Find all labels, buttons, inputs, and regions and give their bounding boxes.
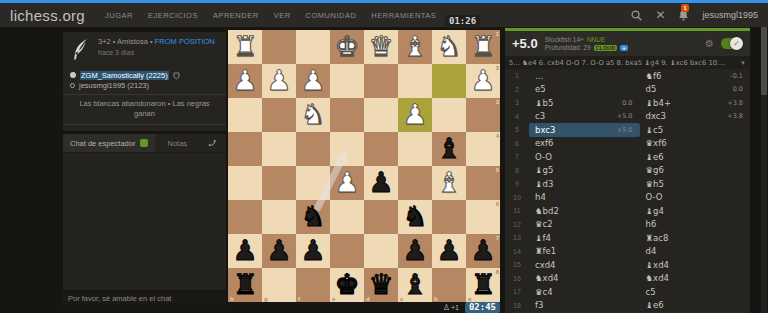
square-e6[interactable] (330, 200, 364, 234)
move-13-black[interactable]: ♜ac8 (640, 231, 751, 245)
black-pawn-g7[interactable]: ♟ (262, 234, 296, 268)
notification-badge: 1 (681, 4, 688, 12)
close-icon[interactable]: ✕ (655, 9, 665, 21)
game-setup-info: 3+2 • Amistosa • FROM POSITION (98, 37, 215, 47)
white-king-e1[interactable]: ♚ (330, 30, 364, 64)
move-16-black[interactable]: ♞xd4 (640, 272, 751, 286)
move-12-black[interactable]: h6 (640, 218, 751, 232)
square-c8[interactable]: ♝c (398, 268, 432, 302)
black-pawn-c7[interactable]: ♟ (398, 234, 432, 268)
chat-input[interactable] (63, 290, 226, 306)
square-b6[interactable] (432, 200, 466, 234)
move-row-13: 13♝f4♜ac8 (505, 231, 750, 245)
move-row-5: 5bxc3+5.0♝c5 (505, 123, 750, 137)
square-e1[interactable]: ♚ (330, 30, 364, 64)
white-pawn-e5[interactable]: ♟ (330, 166, 364, 200)
white-rook-h1[interactable]: ♜ (228, 30, 262, 64)
move-number: 15 (505, 261, 529, 268)
move-3-black[interactable]: ♝b4++3.8 (640, 96, 751, 110)
square-f2[interactable]: ♟ (296, 64, 330, 98)
black-pawn-f7[interactable]: ♟ (296, 234, 330, 268)
square-c6[interactable]: ♞ (398, 200, 432, 234)
square-d7[interactable] (364, 234, 398, 268)
square-e8[interactable]: ♚e (330, 268, 364, 302)
move-row-2: 2e5d50.0 (505, 83, 750, 97)
square-h5[interactable] (228, 166, 262, 200)
principal-variation[interactable]: 5... ♞e4 6. cxb4 O-O 7. O-O a5 8. bxa5 ♝… (505, 56, 750, 69)
square-c2[interactable] (398, 64, 432, 98)
coord-rank-6: 6 (496, 201, 499, 207)
black-clock: 02:45 (465, 302, 500, 313)
coord-file-h: h (230, 296, 234, 302)
move-number: 2 (505, 86, 529, 93)
square-f3[interactable]: ♞ (296, 98, 330, 132)
player-white-name[interactable]: ZGM_Samostically (2225) (80, 71, 169, 80)
move-8-white[interactable]: ♝g5 (529, 164, 640, 178)
toggle-knob: ✓ (730, 37, 743, 50)
move-row-16: 16♞xd4♞xd4 (505, 272, 750, 286)
square-c7[interactable]: ♟ (398, 234, 432, 268)
square-d5[interactable]: ♟ (364, 166, 398, 200)
chevron-down-icon[interactable]: ▼ (736, 60, 750, 66)
move-7-white[interactable]: O-O (529, 150, 640, 164)
move-number: 7 (505, 153, 529, 160)
black-pawn-h7[interactable]: ♟ (228, 234, 262, 268)
square-g6[interactable] (262, 200, 296, 234)
square-g7[interactable]: ♟ (262, 234, 296, 268)
move-number: 1 (505, 72, 529, 79)
plus-badge[interactable]: + (620, 45, 628, 51)
tab-spectator-chat[interactable]: Chat de espectador (63, 134, 155, 152)
divider (63, 124, 226, 125)
black-pawn-b7[interactable]: ♟ (432, 234, 466, 268)
username[interactable]: jesusmgl1995 (702, 10, 758, 20)
move-16-white[interactable]: ♞xd4 (529, 272, 640, 286)
square-f7[interactable]: ♟ (296, 234, 330, 268)
chat-messages-area[interactable] (63, 153, 226, 287)
coord-rank-1: 1 (496, 31, 499, 37)
square-a7[interactable]: ♟7 (466, 234, 500, 268)
nav-menu: JUGAREJERCICIOSAPRENDERVERCOMUNIDADHERRA… (105, 11, 436, 20)
square-d8[interactable]: ♛d (364, 268, 398, 302)
from-position-link[interactable]: FROM POSITION (155, 37, 215, 46)
move-number: 13 (505, 234, 529, 241)
move-row-7: 7O-O♝e6 (505, 150, 750, 164)
nav-item-ver[interactable]: VER (274, 11, 291, 20)
square-e4[interactable] (330, 132, 364, 166)
move-1-white[interactable]: ... (529, 69, 640, 83)
game-meta-panel: 3+2 • Amistosa • FROM POSITION hace 3 dí… (63, 32, 226, 131)
engine-settings-icon[interactable]: ⚙ (705, 38, 714, 49)
move-number: 4 (505, 113, 529, 120)
square-a1[interactable]: ♜1 (466, 30, 500, 64)
white-clock: 01:26 (445, 15, 480, 28)
square-g8[interactable]: g (262, 268, 296, 302)
black-color-icon (70, 83, 75, 88)
coord-rank-8: 8 (496, 269, 499, 275)
square-b4[interactable]: ♝ (432, 132, 466, 166)
page-scrollbar[interactable] (761, 27, 767, 313)
white-pawn-h2[interactable]: ♟ (228, 64, 262, 98)
chat-toggle[interactable] (140, 139, 148, 147)
lichess-logo[interactable]: lichess.org (10, 7, 85, 24)
move-6-black[interactable]: ♛xf6 (640, 137, 751, 151)
move-number: 6 (505, 140, 529, 147)
game-date: hace 3 días (98, 49, 215, 56)
move-7-black[interactable]: ♝e6 (640, 150, 751, 164)
square-a6[interactable]: 6 (466, 200, 500, 234)
square-b2[interactable] (432, 64, 466, 98)
move-2-white[interactable]: e5 (529, 83, 640, 97)
move-row-1: 1...♞f6-0.1 (505, 69, 750, 83)
square-f8[interactable]: f (296, 268, 330, 302)
white-pawn-g2[interactable]: ♟ (262, 64, 296, 98)
square-a8[interactable]: ♜a8 (466, 268, 500, 302)
move-row-6: 6exf6♛xf6 (505, 137, 750, 151)
square-h3[interactable] (228, 98, 262, 132)
player-black-name[interactable]: jesusmgl1995 (2123) (79, 81, 149, 90)
move-3-white[interactable]: ♝b50.0 (529, 96, 640, 110)
move-11-white[interactable]: ♞bd2 (529, 204, 640, 218)
move-row-12: 12♛c2h6 (505, 218, 750, 232)
square-f4[interactable] (296, 132, 330, 166)
coord-rank-7: 7 (496, 235, 499, 241)
cloud-badge: CLOUD (594, 45, 618, 51)
square-b7[interactable]: ♟ (432, 234, 466, 268)
square-a5[interactable]: 5 (466, 166, 500, 200)
black-knight-c6[interactable]: ♞ (398, 200, 432, 234)
move-4-white[interactable]: c3+5.0 (529, 110, 640, 124)
white-bishop-c1[interactable]: ♝ (398, 30, 432, 64)
square-h6[interactable] (228, 200, 262, 234)
square-d1[interactable]: ♛ (364, 30, 398, 64)
move-row-8: 8♝g5♛g6 (505, 164, 750, 178)
move-row-15: 15cxd4♝xd4 (505, 258, 750, 272)
coord-rank-2: 2 (496, 65, 499, 71)
move-15-white[interactable]: cxd4 (529, 258, 640, 272)
square-d2[interactable] (364, 64, 398, 98)
square-h7[interactable]: ♟ (228, 234, 262, 268)
square-f1[interactable] (296, 30, 330, 64)
move-15-black[interactable]: ♝xd4 (640, 258, 751, 272)
move-18-black[interactable]: ♝e6 (640, 299, 751, 313)
pawn-icon: ♙ (443, 303, 450, 312)
square-c1[interactable]: ♝ (398, 30, 432, 64)
move-number: 9 (505, 180, 529, 187)
move-5-white[interactable]: bxc3+5.0 (529, 123, 640, 137)
nav-item-comunidad[interactable]: COMUNIDAD (306, 11, 357, 20)
square-d3[interactable] (364, 98, 398, 132)
move-row-18: 18f3♝e6 (505, 299, 750, 313)
move-4-black[interactable]: dxc3+3.8 (640, 110, 751, 124)
game-result-text: Las blancas abandonaron • Las negras gan… (63, 97, 226, 121)
white-pawn-f2[interactable]: ♟ (296, 64, 330, 98)
engine-toggle[interactable]: ✓ (721, 38, 743, 49)
square-e2[interactable] (330, 64, 364, 98)
white-pawn-c3[interactable]: ♟ (398, 98, 432, 132)
move-row-4: 4c3+5.0dxc3+3.8 (505, 110, 750, 124)
square-g3[interactable] (262, 98, 296, 132)
square-h2[interactable]: ♟ (228, 64, 262, 98)
notification-bell-icon[interactable]: 1 (678, 9, 689, 21)
chat-panel: Chat de espectador Notas (63, 134, 226, 305)
move-number: 17 (505, 288, 529, 295)
coord-file-e: e (332, 296, 335, 302)
move-5-black[interactable]: ♝c5 (640, 123, 751, 137)
nav-item-jugar[interactable]: JUGAR (105, 11, 133, 20)
patron-icon (173, 66, 180, 84)
move-number: 5 (505, 126, 529, 133)
white-bishop-b5[interactable]: ♝ (432, 166, 466, 200)
material-advantage: ♙ +1 (443, 303, 459, 312)
coord-rank-4: 4 (496, 133, 499, 139)
move-row-11: 11♞bd2♝g4 (505, 204, 750, 218)
coord-file-g: g (264, 296, 268, 302)
nav-right: ✕ 1 jesusmgl1995 (631, 9, 768, 21)
move-9-white[interactable]: ♝d3 (529, 177, 640, 191)
square-b3[interactable] (432, 98, 466, 132)
move-13-white[interactable]: ♝f4 (529, 231, 640, 245)
nav-item-herramientas[interactable]: HERRAMIENTAS (371, 11, 436, 20)
move-8-black[interactable]: ♛g6 (640, 164, 751, 178)
move-10-black[interactable]: O-O (640, 191, 751, 205)
coord-rank-5: 5 (496, 167, 499, 173)
player-white-row[interactable]: ZGM_Samostically (2225) (70, 70, 219, 80)
move-9-black[interactable]: ♛h5 (640, 177, 751, 191)
move-17-white[interactable]: ♛c4 (529, 285, 640, 299)
square-f5[interactable] (296, 166, 330, 200)
square-g4[interactable] (262, 132, 296, 166)
move-17-black[interactable]: c5 (640, 285, 751, 299)
engine-depth: Profundidad: 29 (545, 44, 591, 51)
square-f6[interactable]: ♞ (296, 200, 330, 234)
square-e3[interactable] (330, 98, 364, 132)
square-b8[interactable]: b (432, 268, 466, 302)
square-a2[interactable]: ♟2 (466, 64, 500, 98)
analysis-panel: +5.0 Stockfish 14+NNUE Profundidad: 29CL… (505, 28, 750, 313)
chess-board[interactable]: ♜♚♛♝♞♜1♟♟♟♟2♞♟3♝4♟♟♝5♞♞6♟♟♟♟♟♟7♜hgf♚e♛d♝… (228, 30, 500, 302)
move-number: 11 (505, 207, 529, 214)
square-g2[interactable]: ♟ (262, 64, 296, 98)
phone-icon[interactable] (207, 134, 226, 152)
engine-name: Stockfish 14+ (545, 36, 584, 43)
black-knight-f6[interactable]: ♞ (296, 200, 330, 234)
coord-file-f: f (298, 296, 300, 302)
search-icon[interactable] (631, 10, 642, 21)
move-number: 3 (505, 99, 529, 106)
square-c3[interactable]: ♟ (398, 98, 432, 132)
engine-eval: +5.0 (505, 36, 545, 51)
nav-item-ejercicios[interactable]: EJERCICIOS (148, 11, 198, 20)
move-12-white[interactable]: ♛c2 (529, 218, 640, 232)
square-e7[interactable] (330, 234, 364, 268)
move-10-white[interactable]: h4 (529, 191, 640, 205)
move-number: 12 (505, 221, 529, 228)
square-g5[interactable] (262, 166, 296, 200)
square-g1[interactable] (262, 30, 296, 64)
square-c5[interactable] (398, 166, 432, 200)
white-queen-d1[interactable]: ♛ (364, 30, 398, 64)
casual-feather-icon (72, 38, 90, 66)
move-18-white[interactable]: f3 (529, 299, 640, 313)
top-nav: lichess.org JUGAREJERCICIOSAPRENDERVERCO… (0, 0, 768, 27)
coord-rank-3: 3 (496, 99, 499, 105)
white-knight-f3[interactable]: ♞ (296, 98, 330, 132)
move-14-white[interactable]: ♜fe1 (529, 245, 640, 259)
square-d6[interactable] (364, 200, 398, 234)
black-pawn-d5[interactable]: ♟ (364, 166, 398, 200)
move-row-14: 14♜fe1d4 (505, 245, 750, 259)
nnue-label: NNUE (587, 36, 605, 43)
move-number: 16 (505, 275, 529, 282)
white-color-icon (70, 72, 76, 78)
move-2-black[interactable]: d50.0 (640, 83, 751, 97)
move-row-3: 3♝b50.0♝b4++3.8 (505, 96, 750, 110)
square-a3[interactable]: 3 (466, 98, 500, 132)
move-6-white[interactable]: exf6 (529, 137, 640, 151)
move-number: 18 (505, 302, 529, 309)
square-h4[interactable] (228, 132, 262, 166)
move-row-9: 9♝d3♛h5 (505, 177, 750, 191)
square-b5[interactable]: ♝ (432, 166, 466, 200)
divider (63, 94, 226, 95)
nav-item-aprender[interactable]: APRENDER (213, 11, 259, 20)
white-knight-b1[interactable]: ♞ (432, 30, 466, 64)
black-bishop-b4[interactable]: ♝ (432, 132, 466, 166)
square-d4[interactable] (364, 132, 398, 166)
move-list: 1...♞f6-0.12e5d50.03♝b50.0♝b4++3.84c3+5.… (505, 69, 750, 312)
move-number: 14 (505, 248, 529, 255)
move-1-black[interactable]: ♞f6-0.1 (640, 69, 751, 83)
move-row-17: 17♛c4c5 (505, 285, 750, 299)
move-14-black[interactable]: d4 (640, 245, 751, 259)
move-row-10: 10h4O-O (505, 191, 750, 205)
square-e5[interactable]: ♟ (330, 166, 364, 200)
move-11-black[interactable]: ♝g4 (640, 204, 751, 218)
move-number: 10 (505, 194, 529, 201)
square-h1[interactable]: ♜ (228, 30, 262, 64)
player-black-row[interactable]: jesusmgl1995 (2123) (70, 80, 219, 90)
tab-notes[interactable]: Notas (155, 139, 199, 148)
square-c4[interactable] (398, 132, 432, 166)
move-number: 8 (505, 167, 529, 174)
scrollbar-thumb[interactable] (761, 27, 767, 95)
square-b1[interactable]: ♞ (432, 30, 466, 64)
square-h8[interactable]: ♜h (228, 268, 262, 302)
square-a4[interactable]: 4 (466, 132, 500, 166)
